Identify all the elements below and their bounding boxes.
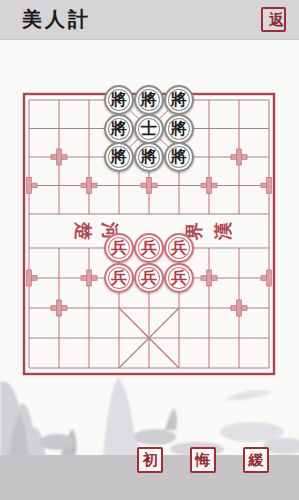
piece-black-將[interactable]: 將 [134,142,164,172]
piece-black-士[interactable]: 士 [134,114,164,144]
piece-label: 兵 [141,240,157,256]
piece-label: 將 [111,149,127,165]
piece-label: 兵 [171,240,187,256]
piece-label: 兵 [111,240,127,256]
piece-black-將[interactable]: 將 [104,142,134,172]
piece-label: 將 [171,121,187,137]
undo-button[interactable]: 悔 [190,447,216,473]
piece-black-將[interactable]: 將 [164,142,194,172]
piece-red-兵[interactable]: 兵 [104,233,134,263]
piece-red-兵[interactable]: 兵 [164,263,194,293]
piece-black-將[interactable]: 將 [164,114,194,144]
hint-slow-button[interactable]: 緩 [243,447,269,473]
river-text-han: 漢 [212,222,233,241]
back-button[interactable]: 返 [261,7,286,32]
piece-black-將[interactable]: 將 [104,85,134,115]
piece-red-兵[interactable]: 兵 [134,233,164,263]
piece-label: 兵 [171,270,187,286]
app-screen: 美人計 返 楚 河 界 [0,0,299,500]
piece-label: 兵 [111,270,127,286]
piece-label: 士 [141,121,157,137]
piece-red-兵[interactable]: 兵 [104,263,134,293]
piece-label: 兵 [141,270,157,286]
piece-black-將[interactable]: 將 [134,85,164,115]
top-bar: 美人計 返 [0,0,299,40]
piece-label: 將 [141,149,157,165]
board-stage: 楚 河 界 漢 將將將將士將將將將兵兵兵兵兵兵 [0,0,299,500]
river-text-chu: 楚 [73,221,94,241]
level-title: 美人計 [22,6,91,33]
piece-label: 將 [171,149,187,165]
piece-label: 將 [111,121,127,137]
piece-black-將[interactable]: 將 [164,85,194,115]
piece-label: 將 [111,92,127,108]
piece-red-兵[interactable]: 兵 [164,233,194,263]
piece-red-兵[interactable]: 兵 [134,263,164,293]
piece-black-將[interactable]: 將 [104,114,134,144]
restart-button[interactable]: 初 [137,447,163,473]
piece-label: 將 [141,92,157,108]
piece-label: 將 [171,92,187,108]
